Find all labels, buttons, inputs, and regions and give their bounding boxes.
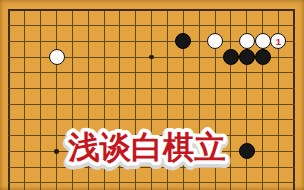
white-stone <box>207 33 223 49</box>
white-stone <box>255 33 271 49</box>
black-stone <box>175 33 191 49</box>
white-stone <box>49 49 65 65</box>
go-board: 1 <box>0 0 304 190</box>
black-stone <box>223 49 239 65</box>
black-stone <box>239 143 255 159</box>
black-stone <box>255 49 271 65</box>
board-stones: 1 <box>1 2 302 190</box>
white-stone: 1 <box>270 33 286 49</box>
black-stone <box>239 49 255 65</box>
white-stone <box>239 33 255 49</box>
move-number-label: 1 <box>276 37 281 47</box>
go-video-frame: 1 浅谈白棋立 浅谈白棋立 <box>0 0 304 190</box>
